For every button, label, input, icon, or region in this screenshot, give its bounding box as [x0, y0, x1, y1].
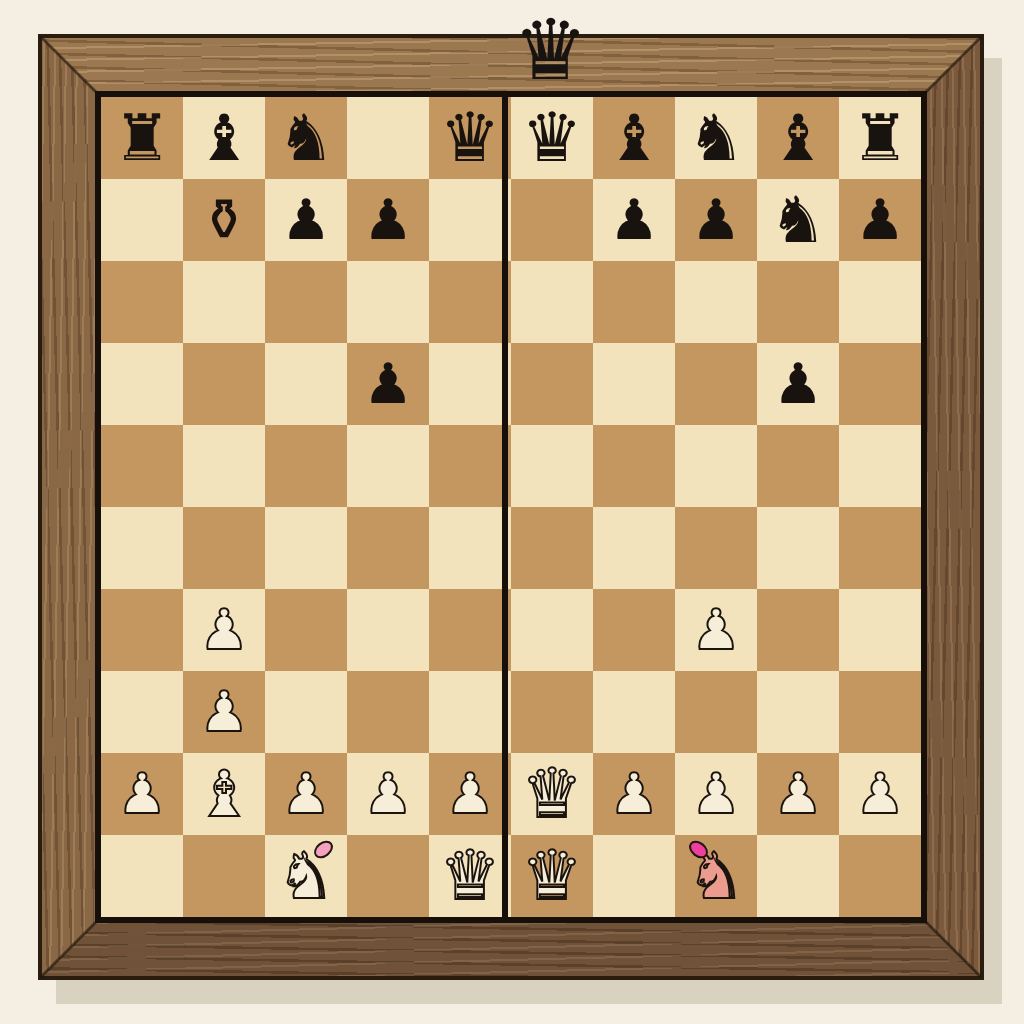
piece-black-rook[interactable]: ♜: [113, 106, 170, 170]
piece-white-pawn[interactable]: ♟: [773, 766, 823, 822]
square-r1c4[interactable]: [347, 97, 429, 179]
square-r5c9[interactable]: [757, 425, 839, 507]
square-r2c7[interactable]: ♟: [593, 179, 675, 261]
square-r5c7[interactable]: [593, 425, 675, 507]
square-r4c5[interactable]: [429, 343, 511, 425]
square-r6c2[interactable]: [183, 507, 265, 589]
piece-black-rook[interactable]: ♜: [851, 106, 908, 170]
piece-black-knight[interactable]: ♞: [687, 106, 744, 170]
square-r2c2[interactable]: ⚱: [183, 179, 265, 261]
piece-black-queen[interactable]: ♛: [522, 104, 583, 172]
square-r8c5[interactable]: [429, 671, 511, 753]
piece-white-pawn[interactable]: ♟: [199, 684, 249, 740]
square-r10c4[interactable]: [347, 835, 429, 917]
piece-white-pawn[interactable]: ♟: [445, 766, 495, 822]
piece-white-pawn[interactable]: ♟: [691, 602, 741, 658]
queen-crown-decoration: ♛: [513, 8, 588, 92]
piece-black-bishop[interactable]: ♝: [605, 106, 662, 170]
square-r7c9[interactable]: [757, 589, 839, 671]
square-r6c1[interactable]: [101, 507, 183, 589]
square-r8c7[interactable]: [593, 671, 675, 753]
piece-white-pawn[interactable]: ♟: [199, 602, 249, 658]
square-r8c6[interactable]: [511, 671, 593, 753]
square-r10c10[interactable]: [839, 835, 921, 917]
piece-black-pawn[interactable]: ♟: [363, 356, 413, 412]
square-r3c4[interactable]: [347, 261, 429, 343]
square-r6c3[interactable]: [265, 507, 347, 589]
square-r2c3[interactable]: ♟: [265, 179, 347, 261]
square-r6c4[interactable]: [347, 507, 429, 589]
square-r8c1[interactable]: [101, 671, 183, 753]
square-r6c6[interactable]: [511, 507, 593, 589]
square-r10c6[interactable]: ♛: [511, 835, 593, 917]
piece-black-urn[interactable]: ⚱: [200, 191, 249, 249]
square-r6c10[interactable]: [839, 507, 921, 589]
square-r10c8[interactable]: ♞: [675, 835, 757, 917]
square-r7c7[interactable]: [593, 589, 675, 671]
square-r5c5[interactable]: [429, 425, 511, 507]
square-r9c1[interactable]: ♟: [101, 753, 183, 835]
square-r7c4[interactable]: [347, 589, 429, 671]
square-r3c10[interactable]: [839, 261, 921, 343]
square-r5c4[interactable]: [347, 425, 429, 507]
piece-black-knight[interactable]: ♞: [769, 188, 826, 252]
square-r6c9[interactable]: [757, 507, 839, 589]
square-r7c8[interactable]: ♟: [675, 589, 757, 671]
board-center-divider: [502, 91, 508, 923]
square-r3c8[interactable]: [675, 261, 757, 343]
square-r1c1[interactable]: ♜: [101, 97, 183, 179]
piece-black-pawn[interactable]: ♟: [855, 192, 905, 248]
square-r4c8[interactable]: [675, 343, 757, 425]
square-r3c3[interactable]: [265, 261, 347, 343]
square-r2c6[interactable]: [511, 179, 593, 261]
square-r5c10[interactable]: [839, 425, 921, 507]
square-r3c7[interactable]: [593, 261, 675, 343]
square-r8c9[interactable]: [757, 671, 839, 753]
piece-white-queen[interactable]: ♛: [440, 842, 501, 910]
square-r1c2[interactable]: ♝: [183, 97, 265, 179]
square-r10c1[interactable]: [101, 835, 183, 917]
square-r7c3[interactable]: [265, 589, 347, 671]
square-r2c10[interactable]: ♟: [839, 179, 921, 261]
square-r10c7[interactable]: [593, 835, 675, 917]
square-r5c1[interactable]: [101, 425, 183, 507]
piece-black-pawn[interactable]: ♟: [773, 356, 823, 412]
square-r9c3[interactable]: ♟: [265, 753, 347, 835]
piece-white-queen[interactable]: ♛: [522, 760, 583, 828]
illustration-stage: ♜♝♞♛♛♝♞♝♜⚱♟♟♟♟♞♟♟♟♟♟♟♟♝♟♟♟♛♟♟♟♟♞♛♛♞ ♛: [0, 0, 1024, 1024]
square-r8c3[interactable]: [265, 671, 347, 753]
square-r8c10[interactable]: [839, 671, 921, 753]
piece-white-pawn[interactable]: ♟: [609, 766, 659, 822]
square-r7c10[interactable]: [839, 589, 921, 671]
square-r7c1[interactable]: [101, 589, 183, 671]
square-r1c3[interactable]: ♞: [265, 97, 347, 179]
square-r7c5[interactable]: [429, 589, 511, 671]
square-r9c7[interactable]: ♟: [593, 753, 675, 835]
square-r1c5[interactable]: ♛: [429, 97, 511, 179]
square-r4c3[interactable]: [265, 343, 347, 425]
square-r9c5[interactable]: ♟: [429, 753, 511, 835]
square-r2c5[interactable]: [429, 179, 511, 261]
square-r10c5[interactable]: ♛: [429, 835, 511, 917]
piece-black-pawn[interactable]: ♟: [281, 192, 331, 248]
square-r5c6[interactable]: [511, 425, 593, 507]
square-r3c1[interactable]: [101, 261, 183, 343]
piece-white-pawn[interactable]: ♟: [363, 766, 413, 822]
piece-white-pawn[interactable]: ♟: [117, 766, 167, 822]
square-r5c2[interactable]: [183, 425, 265, 507]
square-r1c10[interactable]: ♜: [839, 97, 921, 179]
square-r4c1[interactable]: [101, 343, 183, 425]
square-r1c6[interactable]: ♛: [511, 97, 593, 179]
square-r4c4[interactable]: ♟: [347, 343, 429, 425]
piece-black-knight[interactable]: ♞: [277, 106, 334, 170]
piece-black-pawn[interactable]: ♟: [363, 192, 413, 248]
square-r5c8[interactable]: [675, 425, 757, 507]
square-r3c6[interactable]: [511, 261, 593, 343]
square-r9c6[interactable]: ♛: [511, 753, 593, 835]
square-r3c9[interactable]: [757, 261, 839, 343]
square-r4c2[interactable]: [183, 343, 265, 425]
square-r6c8[interactable]: [675, 507, 757, 589]
square-r6c7[interactable]: [593, 507, 675, 589]
piece-black-queen[interactable]: ♛: [440, 104, 501, 172]
piece-white-pawn[interactable]: ♟: [691, 766, 741, 822]
piece-black-pawn[interactable]: ♟: [609, 192, 659, 248]
square-r1c8[interactable]: ♞: [675, 97, 757, 179]
square-r9c4[interactable]: ♟: [347, 753, 429, 835]
piece-white-queen[interactable]: ♛: [522, 842, 583, 910]
piece-black-pawn[interactable]: ♟: [691, 192, 741, 248]
square-r2c1[interactable]: [101, 179, 183, 261]
piece-black-bishop[interactable]: ♝: [195, 106, 252, 170]
square-r2c4[interactable]: ♟: [347, 179, 429, 261]
square-r7c6[interactable]: [511, 589, 593, 671]
square-r8c2[interactable]: ♟: [183, 671, 265, 753]
square-r2c9[interactable]: ♞: [757, 179, 839, 261]
piece-white-pawn[interactable]: ♟: [855, 766, 905, 822]
square-r9c2[interactable]: ♝: [183, 753, 265, 835]
square-r2c8[interactable]: ♟: [675, 179, 757, 261]
piece-white-pawn[interactable]: ♟: [281, 766, 331, 822]
piece-black-bishop[interactable]: ♝: [769, 106, 826, 170]
square-r8c8[interactable]: [675, 671, 757, 753]
square-r9c8[interactable]: ♟: [675, 753, 757, 835]
board[interactable]: ♜♝♞♛♛♝♞♝♜⚱♟♟♟♟♞♟♟♟♟♟♟♟♝♟♟♟♛♟♟♟♟♞♛♛♞: [95, 91, 927, 923]
square-r3c5[interactable]: [429, 261, 511, 343]
square-r10c3[interactable]: ♞: [265, 835, 347, 917]
square-r1c9[interactable]: ♝: [757, 97, 839, 179]
square-r9c10[interactable]: ♟: [839, 753, 921, 835]
square-r9c9[interactable]: ♟: [757, 753, 839, 835]
square-r1c7[interactable]: ♝: [593, 97, 675, 179]
square-r6c5[interactable]: [429, 507, 511, 589]
square-r3c2[interactable]: [183, 261, 265, 343]
square-r4c9[interactable]: ♟: [757, 343, 839, 425]
square-r8c4[interactable]: [347, 671, 429, 753]
square-r4c7[interactable]: [593, 343, 675, 425]
square-r4c6[interactable]: [511, 343, 593, 425]
piece-white-bishop[interactable]: ♝: [195, 762, 252, 826]
square-r5c3[interactable]: [265, 425, 347, 507]
square-r4c10[interactable]: [839, 343, 921, 425]
square-r10c2[interactable]: [183, 835, 265, 917]
square-r10c9[interactable]: [757, 835, 839, 917]
square-r7c2[interactable]: ♟: [183, 589, 265, 671]
